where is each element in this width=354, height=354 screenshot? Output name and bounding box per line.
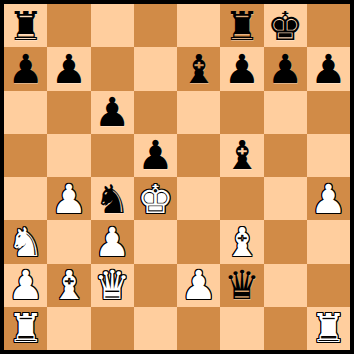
white-pawn-a2[interactable]: ♟ — [8, 265, 44, 305]
square-c1[interactable] — [91, 307, 134, 350]
square-a7[interactable]: ♟ — [4, 47, 47, 90]
square-f7[interactable]: ♟ — [220, 47, 263, 90]
square-e4[interactable] — [177, 177, 220, 220]
black-bishop-e7[interactable]: ♝ — [181, 49, 217, 89]
white-king-d4[interactable]: ♚ — [137, 179, 173, 219]
black-king-g8[interactable]: ♚ — [267, 6, 303, 46]
white-pawn-h4[interactable]: ♟ — [310, 179, 346, 219]
square-b2[interactable]: ♝ — [47, 264, 90, 307]
square-g5[interactable] — [264, 134, 307, 177]
square-h1[interactable]: ♜ — [307, 307, 350, 350]
white-queen-c2[interactable]: ♛ — [94, 265, 130, 305]
square-e7[interactable]: ♝ — [177, 47, 220, 90]
square-g1[interactable] — [264, 307, 307, 350]
square-c6[interactable]: ♟ — [91, 91, 134, 134]
square-d4[interactable]: ♚ — [134, 177, 177, 220]
square-b6[interactable] — [47, 91, 90, 134]
square-h4[interactable]: ♟ — [307, 177, 350, 220]
white-pawn-c3[interactable]: ♟ — [94, 222, 130, 262]
black-pawn-b7[interactable]: ♟ — [51, 49, 87, 89]
square-d8[interactable] — [134, 4, 177, 47]
square-g6[interactable] — [264, 91, 307, 134]
square-d7[interactable] — [134, 47, 177, 90]
square-f3[interactable]: ♝ — [220, 220, 263, 263]
black-rook-a8[interactable]: ♜ — [8, 6, 44, 46]
square-c3[interactable]: ♟ — [91, 220, 134, 263]
black-pawn-d5[interactable]: ♟ — [137, 135, 173, 175]
square-a2[interactable]: ♟ — [4, 264, 47, 307]
board-frame: ♜♜♚♟♟♝♟♟♟♟♟♝♟♞♚♟♞♟♝♟♝♛♟♛♜♜ — [0, 0, 354, 354]
square-h8[interactable] — [307, 4, 350, 47]
black-knight-c4[interactable]: ♞ — [94, 179, 130, 219]
square-f8[interactable]: ♜ — [220, 4, 263, 47]
black-bishop-f5[interactable]: ♝ — [224, 135, 260, 175]
square-g8[interactable]: ♚ — [264, 4, 307, 47]
square-b5[interactable] — [47, 134, 90, 177]
square-h5[interactable] — [307, 134, 350, 177]
square-d1[interactable] — [134, 307, 177, 350]
square-g3[interactable] — [264, 220, 307, 263]
square-e8[interactable] — [177, 4, 220, 47]
white-pawn-b4[interactable]: ♟ — [51, 179, 87, 219]
square-e2[interactable]: ♟ — [177, 264, 220, 307]
square-f1[interactable] — [220, 307, 263, 350]
white-bishop-b2[interactable]: ♝ — [51, 265, 87, 305]
square-a5[interactable] — [4, 134, 47, 177]
square-c2[interactable]: ♛ — [91, 264, 134, 307]
square-b3[interactable] — [47, 220, 90, 263]
square-h3[interactable] — [307, 220, 350, 263]
square-g2[interactable] — [264, 264, 307, 307]
square-e5[interactable] — [177, 134, 220, 177]
white-rook-a1[interactable]: ♜ — [8, 308, 44, 348]
square-f6[interactable] — [220, 91, 263, 134]
square-f2[interactable]: ♛ — [220, 264, 263, 307]
square-e6[interactable] — [177, 91, 220, 134]
white-knight-a3[interactable]: ♞ — [8, 222, 44, 262]
square-c5[interactable] — [91, 134, 134, 177]
black-pawn-h7[interactable]: ♟ — [310, 49, 346, 89]
square-d2[interactable] — [134, 264, 177, 307]
white-pawn-e2[interactable]: ♟ — [181, 265, 217, 305]
chess-board: ♜♜♚♟♟♝♟♟♟♟♟♝♟♞♚♟♞♟♝♟♝♛♟♛♜♜ — [4, 4, 350, 350]
white-bishop-f3[interactable]: ♝ — [224, 222, 260, 262]
square-d6[interactable] — [134, 91, 177, 134]
black-pawn-g7[interactable]: ♟ — [267, 49, 303, 89]
square-e1[interactable] — [177, 307, 220, 350]
square-a1[interactable]: ♜ — [4, 307, 47, 350]
square-d3[interactable] — [134, 220, 177, 263]
square-b7[interactable]: ♟ — [47, 47, 90, 90]
black-pawn-c6[interactable]: ♟ — [94, 92, 130, 132]
square-d5[interactable]: ♟ — [134, 134, 177, 177]
square-h6[interactable] — [307, 91, 350, 134]
square-b1[interactable] — [47, 307, 90, 350]
square-a4[interactable] — [4, 177, 47, 220]
white-rook-h1[interactable]: ♜ — [310, 308, 346, 348]
black-pawn-a7[interactable]: ♟ — [8, 49, 44, 89]
square-e3[interactable] — [177, 220, 220, 263]
square-a3[interactable]: ♞ — [4, 220, 47, 263]
square-c7[interactable] — [91, 47, 134, 90]
square-c4[interactable]: ♞ — [91, 177, 134, 220]
black-rook-f8[interactable]: ♜ — [224, 6, 260, 46]
square-a8[interactable]: ♜ — [4, 4, 47, 47]
square-h7[interactable]: ♟ — [307, 47, 350, 90]
square-f5[interactable]: ♝ — [220, 134, 263, 177]
square-b8[interactable] — [47, 4, 90, 47]
square-f4[interactable] — [220, 177, 263, 220]
square-b4[interactable]: ♟ — [47, 177, 90, 220]
square-c8[interactable] — [91, 4, 134, 47]
black-queen-f2[interactable]: ♛ — [224, 265, 260, 305]
black-pawn-f7[interactable]: ♟ — [224, 49, 260, 89]
square-g4[interactable] — [264, 177, 307, 220]
square-g7[interactable]: ♟ — [264, 47, 307, 90]
square-h2[interactable] — [307, 264, 350, 307]
square-a6[interactable] — [4, 91, 47, 134]
